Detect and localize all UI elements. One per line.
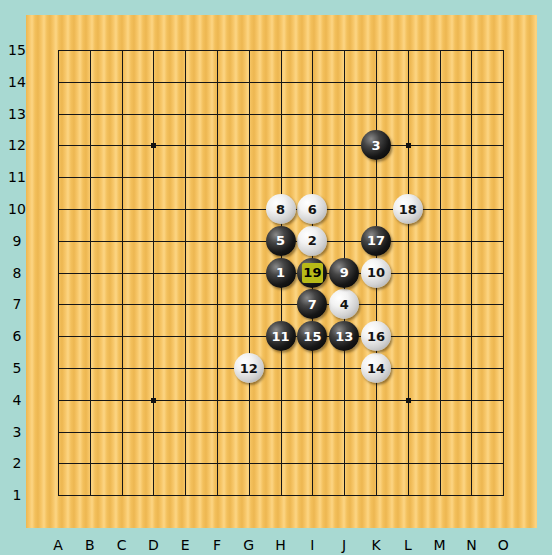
row-label-1: 1	[0, 486, 34, 504]
star-point	[151, 398, 156, 403]
move-number-label: 9	[340, 266, 349, 279]
row-label-7: 7	[0, 295, 34, 313]
move-number-label: 13	[335, 330, 353, 343]
move-number-label: 3	[371, 139, 380, 152]
move-number-label: 4	[340, 298, 349, 311]
move-number-label: 5	[276, 234, 285, 247]
stone-17-black-K9[interactable]: 17	[361, 226, 391, 256]
stone-5-black-H9[interactable]: 5	[266, 226, 296, 256]
row-label-4: 4	[0, 391, 34, 409]
last-move-number-label: 19	[302, 263, 323, 283]
row-label-3: 3	[0, 423, 34, 441]
move-number-label: 18	[399, 203, 417, 216]
row-label-11: 11	[0, 168, 34, 186]
move-number-label: 15	[303, 330, 321, 343]
move-number-label: 10	[367, 266, 385, 279]
stone-14-white-K5[interactable]: 14	[361, 353, 391, 383]
row-label-8: 8	[0, 264, 34, 282]
column-label-J: J	[327, 537, 361, 553]
stone-19-black-I8[interactable]: 19	[297, 258, 327, 288]
grid-vertical-line	[471, 50, 472, 496]
stone-1-black-H8[interactable]: 1	[266, 258, 296, 288]
move-number-label: 16	[367, 330, 385, 343]
grid-vertical-line	[503, 50, 504, 496]
column-label-E: E	[168, 537, 202, 553]
grid-horizontal-line	[58, 400, 504, 401]
column-label-A: A	[41, 537, 75, 553]
stone-9-black-J8[interactable]: 9	[329, 258, 359, 288]
row-label-5: 5	[0, 359, 34, 377]
grid-horizontal-line	[58, 495, 504, 496]
stone-18-white-L10[interactable]: 18	[393, 194, 423, 224]
grid-horizontal-line	[58, 432, 504, 433]
row-label-15: 15	[0, 41, 34, 59]
row-label-14: 14	[0, 73, 34, 91]
column-label-B: B	[73, 537, 107, 553]
stone-10-white-K8[interactable]: 10	[361, 258, 391, 288]
move-number-label: 7	[308, 298, 317, 311]
row-label-13: 13	[0, 105, 34, 123]
column-label-K: K	[359, 537, 393, 553]
stone-16-white-K6[interactable]: 16	[361, 321, 391, 351]
grid-vertical-line	[440, 50, 441, 496]
grid-horizontal-line	[58, 304, 504, 305]
grid-horizontal-line	[58, 368, 504, 369]
row-label-6: 6	[0, 327, 34, 345]
column-label-D: D	[136, 537, 170, 553]
column-label-C: C	[105, 537, 139, 553]
row-label-10: 10	[0, 200, 34, 218]
star-point	[406, 398, 411, 403]
move-number-label: 2	[308, 234, 317, 247]
move-number-label: 12	[240, 362, 258, 375]
stone-2-white-I9[interactable]: 2	[297, 226, 327, 256]
stone-11-black-H6[interactable]: 11	[266, 321, 296, 351]
go-diagram: 151413121110987654321 ABCDEFGHIJKLMNO 12…	[0, 0, 552, 555]
column-label-M: M	[423, 537, 457, 553]
star-point	[406, 143, 411, 148]
grid-horizontal-line	[58, 463, 504, 464]
column-label-I: I	[295, 537, 329, 553]
column-label-G: G	[232, 537, 266, 553]
row-label-12: 12	[0, 136, 34, 154]
grid-vertical-line	[408, 50, 409, 496]
move-number-label: 14	[367, 362, 385, 375]
move-number-label: 1	[276, 266, 285, 279]
move-number-label: 6	[308, 203, 317, 216]
row-label-9: 9	[0, 232, 34, 250]
stone-8-white-H10[interactable]: 8	[266, 194, 296, 224]
star-point	[151, 143, 156, 148]
stone-12-white-G5[interactable]: 12	[234, 353, 264, 383]
move-number-label: 17	[367, 234, 385, 247]
move-number-label: 8	[276, 203, 285, 216]
column-label-F: F	[200, 537, 234, 553]
column-label-O: O	[486, 537, 520, 553]
row-label-2: 2	[0, 454, 34, 472]
column-label-N: N	[454, 537, 488, 553]
column-label-H: H	[264, 537, 298, 553]
move-number-label: 11	[272, 330, 290, 343]
column-label-L: L	[391, 537, 425, 553]
